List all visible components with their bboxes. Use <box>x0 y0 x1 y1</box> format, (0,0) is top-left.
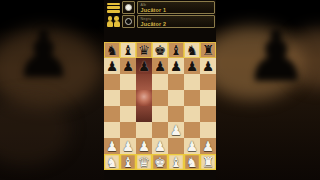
piece-white-queen: ♛ <box>136 154 152 170</box>
square-e8[interactable]: ♚ <box>152 42 168 58</box>
square-e2[interactable]: ♟ <box>152 138 168 154</box>
square-h3[interactable] <box>200 122 216 138</box>
blurred-pawn-silhouette: ♟ <box>14 16 73 93</box>
piece-white-pawn: ♟ <box>104 138 120 154</box>
square-f8[interactable]: ♝ <box>168 42 184 58</box>
piece-black-queen: ♛ <box>136 42 152 58</box>
square-e7[interactable]: ♟ <box>152 58 168 74</box>
square-d6[interactable] <box>136 74 152 90</box>
square-g1[interactable]: ♞ <box>184 154 200 170</box>
piece-white-pawn: ♟ <box>184 138 200 154</box>
square-h1[interactable]: ♜ <box>200 154 216 170</box>
square-b4[interactable] <box>104 106 120 122</box>
square-g5[interactable] <box>184 90 200 106</box>
white-player-name: Jucător 1 <box>141 7 215 13</box>
square-d7[interactable]: ♟ <box>136 58 152 74</box>
square-e5[interactable] <box>152 90 168 106</box>
square-c2[interactable]: ♟ <box>120 138 136 154</box>
piece-black-pawn: ♟ <box>200 58 216 74</box>
piece-black-rook: ♜ <box>200 42 216 58</box>
square-g4[interactable] <box>184 106 200 122</box>
square-h8[interactable]: ♜ <box>200 42 216 58</box>
square-e4[interactable] <box>152 106 168 122</box>
background-blur-left: ♟ <box>0 0 104 180</box>
square-d2[interactable]: ♟ <box>136 138 152 154</box>
background-blur-right: ♟ <box>216 0 320 180</box>
piece-white-pawn: ♟ <box>136 138 152 154</box>
piece-white-pawn: ♟ <box>120 138 136 154</box>
square-g7[interactable]: ♟ <box>184 58 200 74</box>
person-icon <box>114 16 120 27</box>
black-player-avatar-box <box>122 15 135 28</box>
square-g6[interactable] <box>184 74 200 90</box>
square-h4[interactable] <box>200 106 216 122</box>
piece-black-pawn: ♟ <box>184 58 200 74</box>
chess-board: ♞♝♛♚♝♞♜♟♟♟♟♟♟♟♟♟♟♟♟♟♟♞♝♛♚♝♞♜ <box>104 42 216 170</box>
piece-white-bishop: ♝ <box>168 154 184 170</box>
square-c7[interactable]: ♟ <box>120 58 136 74</box>
square-g2[interactable]: ♟ <box>184 138 200 154</box>
square-f5[interactable] <box>168 90 184 106</box>
square-d1[interactable]: ♛ <box>136 154 152 170</box>
square-d4[interactable] <box>136 106 152 122</box>
square-h2[interactable]: ♟ <box>200 138 216 154</box>
piece-white-pawn: ♟ <box>168 122 184 138</box>
piece-black-bishop: ♝ <box>120 42 136 58</box>
square-f4[interactable] <box>168 106 184 122</box>
square-f3[interactable]: ♟ <box>168 122 184 138</box>
square-h5[interactable] <box>200 90 216 106</box>
square-d5[interactable] <box>136 90 152 106</box>
square-f7[interactable]: ♟ <box>168 58 184 74</box>
square-b6[interactable] <box>104 74 120 90</box>
piece-black-pawn: ♟ <box>120 58 136 74</box>
piece-black-bishop: ♝ <box>168 42 184 58</box>
black-player-info: Negru Jucător 2 <box>137 15 216 28</box>
square-g8[interactable]: ♞ <box>184 42 200 58</box>
piece-black-king: ♚ <box>152 42 168 58</box>
square-b5[interactable] <box>104 90 120 106</box>
square-f2[interactable] <box>168 138 184 154</box>
square-c3[interactable] <box>120 122 136 138</box>
square-c4[interactable] <box>120 106 136 122</box>
piece-black-pawn: ♟ <box>104 58 120 74</box>
piece-black-pawn: ♟ <box>168 58 184 74</box>
black-avatar <box>125 18 132 25</box>
square-d8[interactable]: ♛ <box>136 42 152 58</box>
piece-white-knight: ♞ <box>184 154 200 170</box>
square-b8[interactable]: ♞ <box>104 42 120 58</box>
square-e6[interactable] <box>152 74 168 90</box>
square-b1[interactable]: ♞ <box>104 154 120 170</box>
square-b3[interactable] <box>104 122 120 138</box>
two-players-icon[interactable] <box>106 15 121 28</box>
piece-white-king: ♚ <box>152 154 168 170</box>
chess-app: Alb Jucător 1 Negru Jucător 2 ♞♝♛♚♝♞♜♟♟♟… <box>104 0 216 180</box>
square-f1[interactable]: ♝ <box>168 154 184 170</box>
piece-white-bishop: ♝ <box>120 154 136 170</box>
black-player-name: Jucător 2 <box>141 21 215 27</box>
square-e1[interactable]: ♚ <box>152 154 168 170</box>
piece-black-knight: ♞ <box>184 42 200 58</box>
square-b7[interactable]: ♟ <box>104 58 120 74</box>
person-icon <box>107 16 113 27</box>
square-f6[interactable] <box>168 74 184 90</box>
video-frame: ♟ ♟ Alb Jucător 1 Negru Jucător 2 <box>0 0 320 180</box>
piece-black-pawn: ♟ <box>152 58 168 74</box>
white-player-info: Alb Jucător 1 <box>137 1 216 14</box>
piece-white-pawn: ♟ <box>200 138 216 154</box>
square-c6[interactable] <box>120 74 136 90</box>
square-h7[interactable]: ♟ <box>200 58 216 74</box>
square-e3[interactable] <box>152 122 168 138</box>
piece-black-pawn: ♟ <box>136 58 152 74</box>
square-g3[interactable] <box>184 122 200 138</box>
square-c5[interactable] <box>120 90 136 106</box>
square-h6[interactable] <box>200 74 216 90</box>
piece-white-knight: ♞ <box>104 154 120 170</box>
blurred-pawn-silhouette: ♟ <box>244 14 309 98</box>
white-player-avatar-box <box>122 1 135 14</box>
piece-white-rook: ♜ <box>200 154 216 170</box>
piece-black-knight: ♞ <box>104 42 120 58</box>
piece-white-pawn: ♟ <box>152 138 168 154</box>
hamburger-menu-icon[interactable] <box>107 3 120 14</box>
square-c1[interactable]: ♝ <box>120 154 136 170</box>
square-c8[interactable]: ♝ <box>120 42 136 58</box>
white-avatar <box>125 4 132 11</box>
square-b2[interactable]: ♟ <box>104 138 120 154</box>
square-d3[interactable] <box>136 122 152 138</box>
